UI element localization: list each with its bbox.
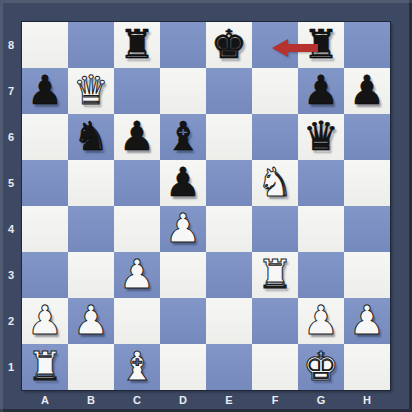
- square-b5[interactable]: [68, 160, 114, 206]
- square-a2[interactable]: ♟: [22, 298, 68, 344]
- square-g3[interactable]: [298, 252, 344, 298]
- square-d3[interactable]: [160, 252, 206, 298]
- square-e5[interactable]: [206, 160, 252, 206]
- square-f5[interactable]: ♞: [252, 160, 298, 206]
- square-b7[interactable]: ♛: [68, 68, 114, 114]
- square-h4[interactable]: [344, 206, 390, 252]
- square-b1[interactable]: [68, 344, 114, 390]
- square-h8[interactable]: [344, 22, 390, 68]
- black-king[interactable]: ♚: [206, 22, 252, 68]
- white-queen[interactable]: ♛: [68, 68, 114, 114]
- white-bishop[interactable]: ♝: [114, 344, 160, 390]
- square-f7[interactable]: [252, 68, 298, 114]
- white-pawn[interactable]: ♟: [22, 298, 68, 344]
- chessboard-frame: 87654321 ABCDEFGH ♜♚♜♟♛♟♟♞♟♝♛♟♞♟♟♜♟♟♟♟♜♝…: [0, 0, 412, 412]
- black-queen[interactable]: ♛: [298, 114, 344, 160]
- rank-label-2: 2: [0, 298, 22, 344]
- rank-label-1: 1: [0, 344, 22, 390]
- white-king[interactable]: ♚: [298, 344, 344, 390]
- white-rook[interactable]: ♜: [252, 252, 298, 298]
- square-c2[interactable]: [114, 298, 160, 344]
- file-label-c: C: [114, 390, 160, 412]
- square-d8[interactable]: [160, 22, 206, 68]
- square-d2[interactable]: [160, 298, 206, 344]
- square-e8[interactable]: ♚: [206, 22, 252, 68]
- square-d5[interactable]: ♟: [160, 160, 206, 206]
- square-f3[interactable]: ♜: [252, 252, 298, 298]
- white-pawn[interactable]: ♟: [344, 298, 390, 344]
- black-rook[interactable]: ♜: [114, 22, 160, 68]
- square-e1[interactable]: [206, 344, 252, 390]
- move-arrow: [272, 38, 318, 58]
- square-b8[interactable]: [68, 22, 114, 68]
- rank-label-8: 8: [0, 22, 22, 68]
- rank-label-5: 5: [0, 160, 22, 206]
- square-b2[interactable]: ♟: [68, 298, 114, 344]
- square-c4[interactable]: [114, 206, 160, 252]
- rank-label-6: 6: [0, 114, 22, 160]
- square-g6[interactable]: ♛: [298, 114, 344, 160]
- black-pawn[interactable]: ♟: [344, 68, 390, 114]
- square-g1[interactable]: ♚: [298, 344, 344, 390]
- square-e4[interactable]: [206, 206, 252, 252]
- file-label-e: E: [206, 390, 252, 412]
- square-a4[interactable]: [22, 206, 68, 252]
- white-pawn[interactable]: ♟: [160, 206, 206, 252]
- square-d7[interactable]: [160, 68, 206, 114]
- square-d6[interactable]: ♝: [160, 114, 206, 160]
- square-f1[interactable]: [252, 344, 298, 390]
- square-g7[interactable]: ♟: [298, 68, 344, 114]
- square-h6[interactable]: [344, 114, 390, 160]
- square-e6[interactable]: [206, 114, 252, 160]
- rank-label-7: 7: [0, 68, 22, 114]
- square-e3[interactable]: [206, 252, 252, 298]
- file-labels: ABCDEFGH: [22, 390, 390, 412]
- move-arrow-shape: [272, 39, 318, 57]
- black-pawn[interactable]: ♟: [22, 68, 68, 114]
- square-h3[interactable]: [344, 252, 390, 298]
- square-b3[interactable]: [68, 252, 114, 298]
- square-h2[interactable]: ♟: [344, 298, 390, 344]
- square-a1[interactable]: ♜: [22, 344, 68, 390]
- square-g2[interactable]: ♟: [298, 298, 344, 344]
- square-a3[interactable]: [22, 252, 68, 298]
- rank-label-3: 3: [0, 252, 22, 298]
- square-c6[interactable]: ♟: [114, 114, 160, 160]
- square-h1[interactable]: [344, 344, 390, 390]
- white-pawn[interactable]: ♟: [298, 298, 344, 344]
- square-a5[interactable]: [22, 160, 68, 206]
- square-c8[interactable]: ♜: [114, 22, 160, 68]
- square-d1[interactable]: [160, 344, 206, 390]
- black-bishop[interactable]: ♝: [160, 114, 206, 160]
- square-a8[interactable]: [22, 22, 68, 68]
- black-pawn[interactable]: ♟: [114, 114, 160, 160]
- square-f6[interactable]: [252, 114, 298, 160]
- square-d4[interactable]: ♟: [160, 206, 206, 252]
- white-knight[interactable]: ♞: [252, 160, 298, 206]
- square-f4[interactable]: [252, 206, 298, 252]
- file-label-h: H: [344, 390, 390, 412]
- square-c5[interactable]: [114, 160, 160, 206]
- square-h7[interactable]: ♟: [344, 68, 390, 114]
- square-e2[interactable]: [206, 298, 252, 344]
- file-label-d: D: [160, 390, 206, 412]
- square-h5[interactable]: [344, 160, 390, 206]
- square-g4[interactable]: [298, 206, 344, 252]
- square-c1[interactable]: ♝: [114, 344, 160, 390]
- chessboard: ♜♚♜♟♛♟♟♞♟♝♛♟♞♟♟♜♟♟♟♟♜♝♚: [22, 22, 390, 390]
- white-pawn[interactable]: ♟: [114, 252, 160, 298]
- square-a6[interactable]: [22, 114, 68, 160]
- square-a7[interactable]: ♟: [22, 68, 68, 114]
- square-c7[interactable]: [114, 68, 160, 114]
- white-pawn[interactable]: ♟: [68, 298, 114, 344]
- white-rook[interactable]: ♜: [22, 344, 68, 390]
- file-label-b: B: [68, 390, 114, 412]
- file-label-f: F: [252, 390, 298, 412]
- square-b4[interactable]: [68, 206, 114, 252]
- square-g5[interactable]: [298, 160, 344, 206]
- rank-label-4: 4: [0, 206, 22, 252]
- file-label-a: A: [22, 390, 68, 412]
- black-pawn[interactable]: ♟: [160, 160, 206, 206]
- square-b6[interactable]: ♞: [68, 114, 114, 160]
- square-c3[interactable]: ♟: [114, 252, 160, 298]
- black-knight[interactable]: ♞: [68, 114, 114, 160]
- square-f2[interactable]: [252, 298, 298, 344]
- black-pawn[interactable]: ♟: [298, 68, 344, 114]
- rank-labels: 87654321: [0, 22, 22, 390]
- file-label-g: G: [298, 390, 344, 412]
- square-e7[interactable]: [206, 68, 252, 114]
